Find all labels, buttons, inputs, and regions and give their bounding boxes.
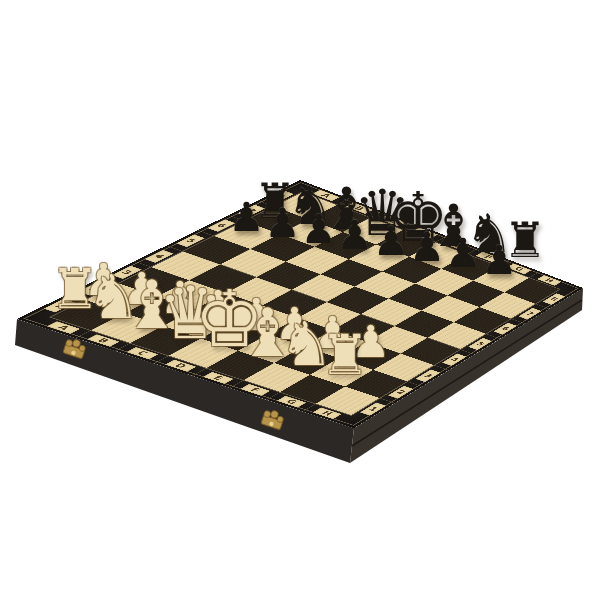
- border-tick: [407, 381, 423, 386]
- piece-white-rook[interactable]: ♜: [317, 328, 372, 383]
- piece-black-pawn[interactable]: ♟: [407, 227, 447, 267]
- piece-black-pawn[interactable]: ♟: [262, 203, 302, 243]
- border-tick: [434, 365, 449, 370]
- piece-black-pawn[interactable]: ♟: [226, 197, 266, 237]
- chess-set-photo: AA88BB77CC66DD55EE44FF33GG22HH11 ♜♞♝♛♚♝♞…: [0, 0, 600, 600]
- piece-black-pawn[interactable]: ♟: [443, 233, 483, 273]
- piece-black-pawn[interactable]: ♟: [335, 215, 375, 255]
- border-tick: [511, 318, 525, 323]
- border-tick: [535, 304, 549, 309]
- piece-black-pawn[interactable]: ♟: [299, 209, 339, 249]
- border-tick: [198, 230, 215, 236]
- piece-black-pawn[interactable]: ♟: [479, 240, 519, 280]
- piece-black-pawn[interactable]: ♟: [371, 221, 411, 261]
- border-tick: [379, 398, 395, 403]
- border-tick: [485, 334, 500, 339]
